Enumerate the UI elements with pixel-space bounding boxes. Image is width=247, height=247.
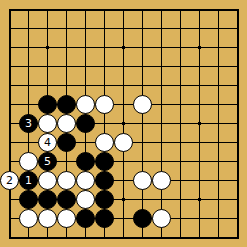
go-board: 34521 bbox=[0, 0, 247, 247]
white-stone bbox=[152, 209, 171, 228]
white-stone bbox=[95, 95, 114, 114]
white-stone bbox=[76, 190, 95, 209]
white-stone bbox=[19, 152, 38, 171]
white-stone bbox=[57, 171, 76, 190]
white-stone bbox=[114, 133, 133, 152]
black-stone bbox=[38, 190, 57, 209]
white-stone bbox=[76, 95, 95, 114]
white-stone bbox=[133, 171, 152, 190]
white-stone bbox=[19, 209, 38, 228]
white-stone bbox=[57, 209, 76, 228]
white-stone bbox=[38, 171, 57, 190]
stone-layer: 34521 bbox=[0, 0, 247, 247]
black-stone-move-3: 3 bbox=[19, 114, 38, 133]
white-stone bbox=[133, 95, 152, 114]
black-stone bbox=[95, 171, 114, 190]
go-diagram-page: 34521 bbox=[0, 0, 247, 247]
black-stone bbox=[76, 209, 95, 228]
black-stone-move-1: 1 bbox=[19, 171, 38, 190]
black-stone bbox=[95, 190, 114, 209]
black-stone bbox=[95, 152, 114, 171]
white-stone bbox=[76, 171, 95, 190]
black-stone bbox=[95, 209, 114, 228]
white-stone bbox=[38, 114, 57, 133]
white-stone-move-4: 4 bbox=[38, 133, 57, 152]
white-stone bbox=[38, 209, 57, 228]
black-stone bbox=[57, 133, 76, 152]
black-stone bbox=[57, 95, 76, 114]
black-stone bbox=[57, 190, 76, 209]
white-stone bbox=[57, 114, 76, 133]
black-stone bbox=[76, 114, 95, 133]
black-stone-move-5: 5 bbox=[38, 152, 57, 171]
black-stone bbox=[38, 95, 57, 114]
black-stone bbox=[76, 152, 95, 171]
black-stone bbox=[133, 209, 152, 228]
white-stone bbox=[152, 171, 171, 190]
white-stone bbox=[95, 133, 114, 152]
black-stone bbox=[19, 190, 38, 209]
white-stone-move-2: 2 bbox=[0, 171, 19, 190]
